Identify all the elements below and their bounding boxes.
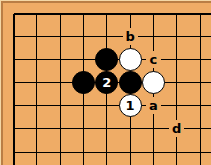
board-point — [49, 2, 72, 25]
board-point — [95, 94, 118, 117]
board-point — [142, 25, 165, 48]
board-point — [49, 117, 72, 140]
board-point — [2, 140, 25, 165]
board-point — [118, 2, 141, 25]
board-point — [49, 48, 72, 71]
board-point — [25, 140, 48, 165]
board-point — [72, 71, 95, 94]
board-point — [118, 71, 141, 94]
board-point — [25, 48, 48, 71]
board-point — [188, 94, 211, 117]
board-point — [2, 71, 25, 94]
board-point — [165, 25, 188, 48]
board-point — [188, 117, 211, 140]
board-point — [118, 48, 141, 71]
board-point: b — [118, 25, 141, 48]
board-point — [72, 140, 95, 165]
board-point: c — [142, 48, 165, 71]
board-point — [72, 2, 95, 25]
black-stone — [72, 71, 95, 94]
board-point — [188, 48, 211, 71]
board-point — [2, 117, 25, 140]
board-point — [95, 2, 118, 25]
white-stone — [119, 48, 142, 71]
board-point — [2, 25, 25, 48]
board-point — [165, 94, 188, 117]
point-label-d: d — [169, 120, 184, 137]
board-point — [25, 71, 48, 94]
board-point — [49, 25, 72, 48]
board-point — [165, 140, 188, 165]
white-stone — [142, 71, 165, 94]
board-point — [72, 25, 95, 48]
board-point — [188, 140, 211, 165]
point-label-b: b — [123, 28, 138, 45]
board-point — [142, 117, 165, 140]
board-point — [49, 71, 72, 94]
board-point — [95, 140, 118, 165]
board-point: d — [165, 117, 188, 140]
board-point — [188, 2, 211, 25]
board-point — [72, 117, 95, 140]
board-point — [188, 25, 211, 48]
board-point — [49, 140, 72, 165]
board-point — [2, 48, 25, 71]
board-point — [95, 25, 118, 48]
board-point — [72, 94, 95, 117]
board-point — [2, 2, 25, 25]
board-point — [188, 71, 211, 94]
board-point — [95, 117, 118, 140]
board-point — [25, 94, 48, 117]
board-point — [165, 2, 188, 25]
board-point — [165, 48, 188, 71]
board-point — [142, 140, 165, 165]
board-point: 2 — [95, 71, 118, 94]
board-point — [25, 117, 48, 140]
board-point — [142, 2, 165, 25]
black-stone — [95, 48, 118, 71]
board-point — [95, 48, 118, 71]
board-grid: bc21ad — [2, 2, 211, 165]
go-board: bc21ad — [0, 0, 211, 165]
board-point — [72, 48, 95, 71]
board-point — [49, 94, 72, 117]
board-point — [25, 2, 48, 25]
board-point — [25, 25, 48, 48]
board-point — [2, 94, 25, 117]
board-point — [118, 117, 141, 140]
black-stone-2: 2 — [95, 71, 118, 94]
black-stone — [119, 71, 142, 94]
board-point: a — [142, 94, 165, 117]
board-point: 1 — [118, 94, 141, 117]
board-point — [165, 71, 188, 94]
board-point — [142, 71, 165, 94]
white-stone-1: 1 — [119, 94, 142, 117]
board-point — [118, 140, 141, 165]
point-label-c: c — [146, 51, 161, 68]
point-label-a: a — [146, 97, 161, 114]
